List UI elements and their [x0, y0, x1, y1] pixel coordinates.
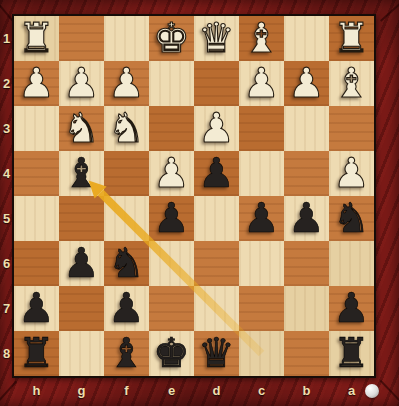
white-pawn[interactable]: ♟ [63, 63, 100, 104]
square-e6[interactable] [149, 241, 194, 286]
square-b4[interactable] [284, 151, 329, 196]
file-label-h: h [14, 378, 59, 404]
square-d8[interactable]: ♛ [194, 331, 239, 376]
square-b8[interactable] [284, 331, 329, 376]
square-e3[interactable] [149, 106, 194, 151]
square-c1[interactable]: ♝ [239, 16, 284, 61]
square-c3[interactable] [239, 106, 284, 151]
square-h2[interactable]: ♟ [14, 61, 59, 106]
rank-label-4: 4 [0, 151, 13, 196]
square-f1[interactable] [104, 16, 149, 61]
square-a5[interactable]: ♞ [329, 196, 374, 241]
black-knight[interactable]: ♞ [333, 198, 370, 239]
square-c7[interactable] [239, 286, 284, 331]
frame-seam-bottom-right [380, 380, 399, 406]
white-pawn[interactable]: ♟ [18, 63, 55, 104]
rank-label-5: 5 [0, 196, 13, 241]
white-knight[interactable]: ♞ [108, 108, 145, 149]
white-rook[interactable]: ♜ [18, 18, 55, 59]
white-knight[interactable]: ♞ [63, 108, 100, 149]
white-pawn[interactable]: ♟ [333, 153, 370, 194]
square-a8[interactable]: ♜ [329, 331, 374, 376]
rank-label-3: 3 [0, 106, 13, 151]
square-h7[interactable]: ♟ [14, 286, 59, 331]
square-d6[interactable] [194, 241, 239, 286]
square-b1[interactable] [284, 16, 329, 61]
white-rook[interactable]: ♜ [333, 18, 370, 59]
black-pawn[interactable]: ♟ [243, 198, 280, 239]
file-label-e: e [149, 378, 194, 404]
square-d2[interactable] [194, 61, 239, 106]
square-f8[interactable]: ♝ [104, 331, 149, 376]
square-a4[interactable]: ♟ [329, 151, 374, 196]
white-pawn[interactable]: ♟ [198, 108, 235, 149]
file-label-b: b [284, 378, 329, 404]
file-labels: hgfedcba [14, 378, 374, 404]
square-g2[interactable]: ♟ [59, 61, 104, 106]
black-pawn[interactable]: ♟ [153, 198, 190, 239]
square-c4[interactable] [239, 151, 284, 196]
square-a2[interactable]: ♝ [329, 61, 374, 106]
square-f6[interactable]: ♞ [104, 241, 149, 286]
file-label-g: g [59, 378, 104, 404]
black-pawn[interactable]: ♟ [63, 243, 100, 284]
black-pawn[interactable]: ♟ [288, 198, 325, 239]
square-f4[interactable] [104, 151, 149, 196]
square-d3[interactable]: ♟ [194, 106, 239, 151]
rank-label-1: 1 [0, 16, 13, 61]
square-h4[interactable] [14, 151, 59, 196]
chess-board: ♜♚♛♝♜♟♟♟♟♟♝♞♞♟♝♟♟♟♟♟♟♞♟♞♟♟♟♜♝♚♛♜ [12, 14, 376, 378]
white-pawn[interactable]: ♟ [288, 63, 325, 104]
file-label-c: c [239, 378, 284, 404]
square-a6[interactable] [329, 241, 374, 286]
black-pawn[interactable]: ♟ [108, 288, 145, 329]
square-h3[interactable] [14, 106, 59, 151]
square-g4[interactable]: ♝ [59, 151, 104, 196]
black-knight[interactable]: ♞ [108, 243, 145, 284]
square-f7[interactable]: ♟ [104, 286, 149, 331]
black-king[interactable]: ♚ [153, 333, 190, 374]
frame-seam-top-right [380, 0, 399, 22]
white-bishop[interactable]: ♝ [333, 63, 370, 104]
black-rook[interactable]: ♜ [333, 333, 370, 374]
square-g6[interactable]: ♟ [59, 241, 104, 286]
square-a7[interactable]: ♟ [329, 286, 374, 331]
square-g3[interactable]: ♞ [59, 106, 104, 151]
square-d5[interactable] [194, 196, 239, 241]
square-e7[interactable] [149, 286, 194, 331]
square-g8[interactable] [59, 331, 104, 376]
square-c5[interactable]: ♟ [239, 196, 284, 241]
file-label-d: d [194, 378, 239, 404]
rank-label-6: 6 [0, 241, 13, 286]
square-e8[interactable]: ♚ [149, 331, 194, 376]
square-c2[interactable]: ♟ [239, 61, 284, 106]
white-king[interactable]: ♚ [153, 18, 190, 59]
black-queen[interactable]: ♛ [198, 333, 235, 374]
square-h5[interactable] [14, 196, 59, 241]
rank-label-2: 2 [0, 61, 13, 106]
black-bishop[interactable]: ♝ [108, 333, 145, 374]
black-rook[interactable]: ♜ [18, 333, 55, 374]
square-b7[interactable] [284, 286, 329, 331]
board-frame: ♜♚♛♝♜♟♟♟♟♟♝♞♞♟♝♟♟♟♟♟♟♞♟♞♟♟♟♜♝♚♛♜ 1234567… [0, 0, 399, 406]
square-e1[interactable]: ♚ [149, 16, 194, 61]
square-c6[interactable] [239, 241, 284, 286]
black-pawn[interactable]: ♟ [333, 288, 370, 329]
rank-labels: 12345678 [0, 16, 13, 376]
black-bishop[interactable]: ♝ [63, 153, 100, 194]
square-b6[interactable] [284, 241, 329, 286]
square-g1[interactable] [59, 16, 104, 61]
white-queen[interactable]: ♛ [198, 18, 235, 59]
square-h1[interactable]: ♜ [14, 16, 59, 61]
square-d7[interactable] [194, 286, 239, 331]
rank-label-7: 7 [0, 286, 13, 331]
white-pawn[interactable]: ♟ [108, 63, 145, 104]
square-d1[interactable]: ♛ [194, 16, 239, 61]
square-e4[interactable]: ♟ [149, 151, 194, 196]
square-b2[interactable]: ♟ [284, 61, 329, 106]
square-h8[interactable]: ♜ [14, 331, 59, 376]
square-c8[interactable] [239, 331, 284, 376]
square-e2[interactable] [149, 61, 194, 106]
black-pawn[interactable]: ♟ [198, 153, 235, 194]
square-g5[interactable] [59, 196, 104, 241]
file-label-f: f [104, 378, 149, 404]
side-to-move-sphere-icon [365, 384, 379, 398]
white-pawn[interactable]: ♟ [243, 63, 280, 104]
square-g7[interactable] [59, 286, 104, 331]
white-bishop[interactable]: ♝ [243, 18, 280, 59]
square-a3[interactable] [329, 106, 374, 151]
square-e5[interactable]: ♟ [149, 196, 194, 241]
rank-label-8: 8 [0, 331, 13, 376]
white-pawn[interactable]: ♟ [153, 153, 190, 194]
black-pawn[interactable]: ♟ [18, 288, 55, 329]
square-b3[interactable] [284, 106, 329, 151]
square-h6[interactable] [14, 241, 59, 286]
square-b5[interactable]: ♟ [284, 196, 329, 241]
square-f2[interactable]: ♟ [104, 61, 149, 106]
square-a1[interactable]: ♜ [329, 16, 374, 61]
square-f5[interactable] [104, 196, 149, 241]
square-d4[interactable]: ♟ [194, 151, 239, 196]
square-f3[interactable]: ♞ [104, 106, 149, 151]
